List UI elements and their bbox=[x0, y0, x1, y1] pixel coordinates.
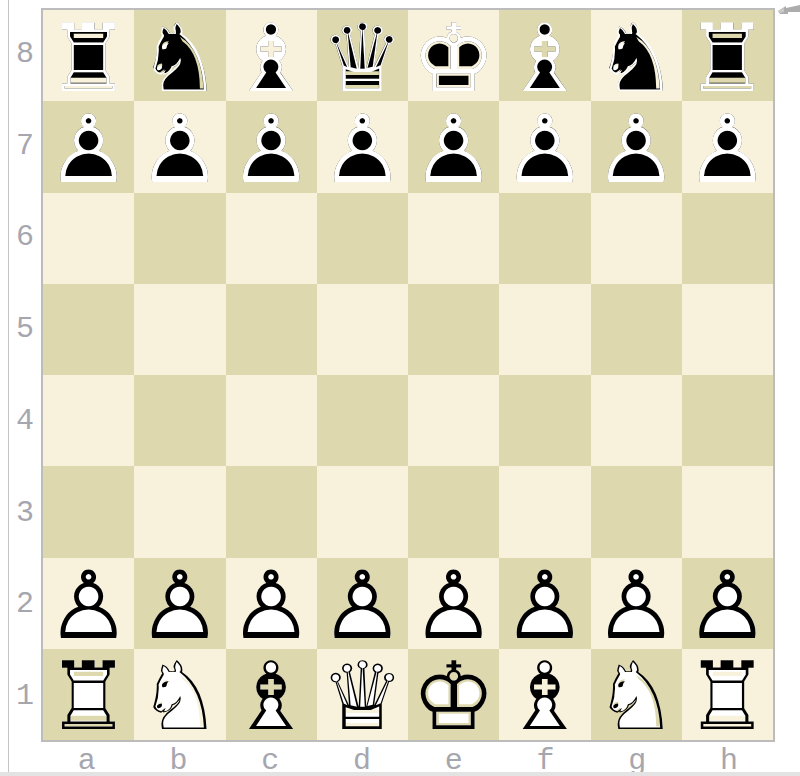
piece-outline-glyph: ♙ bbox=[591, 104, 682, 195]
piece-outline-glyph: ♕ bbox=[317, 13, 408, 104]
piece-outline-glyph: ♗ bbox=[499, 13, 590, 104]
white-pawn-g2[interactable]: ♟♙ bbox=[591, 558, 682, 649]
black-king-e8[interactable]: ♚♔ bbox=[408, 10, 499, 101]
square-b8[interactable]: ♞♘ bbox=[134, 10, 225, 101]
piece-outline-glyph: ♘ bbox=[591, 13, 682, 104]
rank-label-2: 2 bbox=[9, 559, 41, 651]
file-labels: abcdefgh bbox=[41, 744, 775, 774]
white-pawn-b2[interactable]: ♟♙ bbox=[134, 558, 225, 649]
square-f2[interactable]: ♟♙ bbox=[499, 558, 590, 649]
square-d7[interactable]: ♟♙ bbox=[317, 101, 408, 192]
black-pawn-d7[interactable]: ♟♙ bbox=[317, 101, 408, 192]
square-e5[interactable] bbox=[408, 284, 499, 375]
black-pawn-f7[interactable]: ♟♙ bbox=[499, 101, 590, 192]
square-d1[interactable]: ♛♕ bbox=[317, 649, 408, 740]
white-pawn-c2[interactable]: ♟♙ bbox=[226, 558, 317, 649]
square-g8[interactable]: ♞♘ bbox=[591, 10, 682, 101]
square-h3[interactable] bbox=[682, 466, 773, 557]
board-grid: ♜♖♞♘♝♗♛♕♚♔♝♗♞♘♜♖♟♙♟♙♟♙♟♙♟♙♟♙♟♙♟♙♟♙♟♙♟♙♟♙… bbox=[43, 10, 773, 740]
piece-outline-glyph: ♙ bbox=[226, 561, 317, 652]
square-h2[interactable]: ♟♙ bbox=[682, 558, 773, 649]
rank-label-6: 6 bbox=[9, 192, 41, 284]
square-d4[interactable] bbox=[317, 375, 408, 466]
piece-outline-glyph: ♖ bbox=[43, 652, 134, 743]
piece-outline-glyph: ♕ bbox=[317, 652, 408, 743]
square-g4[interactable] bbox=[591, 375, 682, 466]
chess-board: ♜♖♞♘♝♗♛♕♚♔♝♗♞♘♜♖♟♙♟♙♟♙♟♙♟♙♟♙♟♙♟♙♟♙♟♙♟♙♟♙… bbox=[41, 8, 775, 742]
black-pawn-c7[interactable]: ♟♙ bbox=[226, 101, 317, 192]
square-a5[interactable] bbox=[43, 284, 134, 375]
square-f7[interactable]: ♟♙ bbox=[499, 101, 590, 192]
piece-outline-glyph: ♙ bbox=[226, 104, 317, 195]
square-c8[interactable]: ♝♗ bbox=[226, 10, 317, 101]
square-d8[interactable]: ♛♕ bbox=[317, 10, 408, 101]
square-g1[interactable]: ♞♘ bbox=[591, 649, 682, 740]
white-bishop-f1[interactable]: ♝♗ bbox=[499, 649, 590, 740]
piece-outline-glyph: ♙ bbox=[499, 104, 590, 195]
square-a8[interactable]: ♜♖ bbox=[43, 10, 134, 101]
square-f1[interactable]: ♝♗ bbox=[499, 649, 590, 740]
white-pawn-e2[interactable]: ♟♙ bbox=[408, 558, 499, 649]
square-h6[interactable] bbox=[682, 193, 773, 284]
square-e2[interactable]: ♟♙ bbox=[408, 558, 499, 649]
rank-label-1: 1 bbox=[9, 650, 41, 742]
black-pawn-a7[interactable]: ♟♙ bbox=[43, 101, 134, 192]
square-b1[interactable]: ♞♘ bbox=[134, 649, 225, 740]
piece-outline-glyph: ♙ bbox=[43, 561, 134, 652]
rank-label-4: 4 bbox=[9, 375, 41, 467]
square-g3[interactable] bbox=[591, 466, 682, 557]
square-h8[interactable]: ♜♖ bbox=[682, 10, 773, 101]
rank-label-5: 5 bbox=[9, 283, 41, 375]
square-h4[interactable] bbox=[682, 375, 773, 466]
black-rook-h8[interactable]: ♜♖ bbox=[682, 10, 773, 101]
black-knight-b8[interactable]: ♞♘ bbox=[134, 10, 225, 101]
square-g7[interactable]: ♟♙ bbox=[591, 101, 682, 192]
square-d6[interactable] bbox=[317, 193, 408, 284]
piece-outline-glyph: ♘ bbox=[134, 13, 225, 104]
square-e1[interactable]: ♚♔ bbox=[408, 649, 499, 740]
black-pawn-e7[interactable]: ♟♙ bbox=[408, 101, 499, 192]
square-e3[interactable] bbox=[408, 466, 499, 557]
square-f5[interactable] bbox=[499, 284, 590, 375]
piece-outline-glyph: ♗ bbox=[499, 652, 590, 743]
white-pawn-f2[interactable]: ♟♙ bbox=[499, 558, 590, 649]
piece-outline-glyph: ♖ bbox=[43, 13, 134, 104]
piece-outline-glyph: ♘ bbox=[591, 652, 682, 743]
piece-outline-glyph: ♗ bbox=[226, 652, 317, 743]
square-f8[interactable]: ♝♗ bbox=[499, 10, 590, 101]
white-king-e1[interactable]: ♚♔ bbox=[408, 649, 499, 740]
square-e8[interactable]: ♚♔ bbox=[408, 10, 499, 101]
square-b6[interactable] bbox=[134, 193, 225, 284]
square-d5[interactable] bbox=[317, 284, 408, 375]
square-b5[interactable] bbox=[134, 284, 225, 375]
square-c2[interactable]: ♟♙ bbox=[226, 558, 317, 649]
white-pawn-d2[interactable]: ♟♙ bbox=[317, 558, 408, 649]
square-b3[interactable] bbox=[134, 466, 225, 557]
white-queen-d1[interactable]: ♛♕ bbox=[317, 649, 408, 740]
square-a6[interactable] bbox=[43, 193, 134, 284]
square-a4[interactable] bbox=[43, 375, 134, 466]
piece-outline-glyph: ♙ bbox=[408, 104, 499, 195]
square-d3[interactable] bbox=[317, 466, 408, 557]
white-knight-g1[interactable]: ♞♘ bbox=[591, 649, 682, 740]
black-bishop-c8[interactable]: ♝♗ bbox=[226, 10, 317, 101]
white-rook-a1[interactable]: ♜♖ bbox=[43, 649, 134, 740]
rank-label-7: 7 bbox=[9, 100, 41, 192]
square-a7[interactable]: ♟♙ bbox=[43, 101, 134, 192]
chess-app-page: { "game": "chess", "position": { "fen": … bbox=[0, 0, 800, 776]
square-f3[interactable] bbox=[499, 466, 590, 557]
black-pawn-h7[interactable]: ♟♙ bbox=[682, 101, 773, 192]
black-pawn-b7[interactable]: ♟♙ bbox=[134, 101, 225, 192]
piece-outline-glyph: ♙ bbox=[408, 561, 499, 652]
piece-outline-glyph: ♔ bbox=[408, 13, 499, 104]
square-e7[interactable]: ♟♙ bbox=[408, 101, 499, 192]
square-g6[interactable] bbox=[591, 193, 682, 284]
white-bishop-c1[interactable]: ♝♗ bbox=[226, 649, 317, 740]
square-e6[interactable] bbox=[408, 193, 499, 284]
piece-outline-glyph: ♘ bbox=[134, 652, 225, 743]
square-c3[interactable] bbox=[226, 466, 317, 557]
square-g2[interactable]: ♟♙ bbox=[591, 558, 682, 649]
rank-label-3: 3 bbox=[9, 467, 41, 559]
square-b7[interactable]: ♟♙ bbox=[134, 101, 225, 192]
piece-outline-glyph: ♗ bbox=[226, 13, 317, 104]
rank-label-8: 8 bbox=[9, 8, 41, 100]
square-h5[interactable] bbox=[682, 284, 773, 375]
square-c7[interactable]: ♟♙ bbox=[226, 101, 317, 192]
square-d2[interactable]: ♟♙ bbox=[317, 558, 408, 649]
bottom-strip bbox=[0, 772, 800, 776]
square-h1[interactable]: ♜♖ bbox=[682, 649, 773, 740]
black-queen-d8[interactable]: ♛♕ bbox=[317, 10, 408, 101]
piece-outline-glyph: ♖ bbox=[682, 652, 773, 743]
square-c1[interactable]: ♝♗ bbox=[226, 649, 317, 740]
piece-outline-glyph: ♙ bbox=[134, 104, 225, 195]
piece-outline-glyph: ♙ bbox=[317, 104, 408, 195]
square-b4[interactable] bbox=[134, 375, 225, 466]
piece-outline-glyph: ♔ bbox=[408, 652, 499, 743]
piece-outline-glyph: ♙ bbox=[43, 104, 134, 195]
square-g5[interactable] bbox=[591, 284, 682, 375]
piece-outline-glyph: ♙ bbox=[682, 104, 773, 195]
piece-outline-glyph: ♖ bbox=[682, 13, 773, 104]
square-f6[interactable] bbox=[499, 193, 590, 284]
piece-outline-glyph: ♙ bbox=[499, 561, 590, 652]
square-c6[interactable] bbox=[226, 193, 317, 284]
square-c4[interactable] bbox=[226, 375, 317, 466]
black-pawn-g7[interactable]: ♟♙ bbox=[591, 101, 682, 192]
square-h7[interactable]: ♟♙ bbox=[682, 101, 773, 192]
black-bishop-f8[interactable]: ♝♗ bbox=[499, 10, 590, 101]
white-pawn-a2[interactable]: ♟♙ bbox=[43, 558, 134, 649]
square-c5[interactable] bbox=[226, 284, 317, 375]
black-knight-g8[interactable]: ♞♘ bbox=[591, 10, 682, 101]
flip-board-icon[interactable] bbox=[776, 0, 800, 10]
black-rook-a8[interactable]: ♜♖ bbox=[43, 10, 134, 101]
square-a2[interactable]: ♟♙ bbox=[43, 558, 134, 649]
rank-labels: 87654321 bbox=[9, 8, 41, 742]
square-f4[interactable] bbox=[499, 375, 590, 466]
piece-outline-glyph: ♙ bbox=[682, 561, 773, 652]
square-b2[interactable]: ♟♙ bbox=[134, 558, 225, 649]
piece-outline-glyph: ♙ bbox=[134, 561, 225, 652]
square-a3[interactable] bbox=[43, 466, 134, 557]
white-rook-h1[interactable]: ♜♖ bbox=[682, 649, 773, 740]
square-a1[interactable]: ♜♖ bbox=[43, 649, 134, 740]
piece-outline-glyph: ♙ bbox=[591, 561, 682, 652]
piece-outline-glyph: ♙ bbox=[317, 561, 408, 652]
flip-board-icon-glyph bbox=[776, 5, 800, 15]
white-pawn-h2[interactable]: ♟♙ bbox=[682, 558, 773, 649]
square-e4[interactable] bbox=[408, 375, 499, 466]
white-knight-b1[interactable]: ♞♘ bbox=[134, 649, 225, 740]
